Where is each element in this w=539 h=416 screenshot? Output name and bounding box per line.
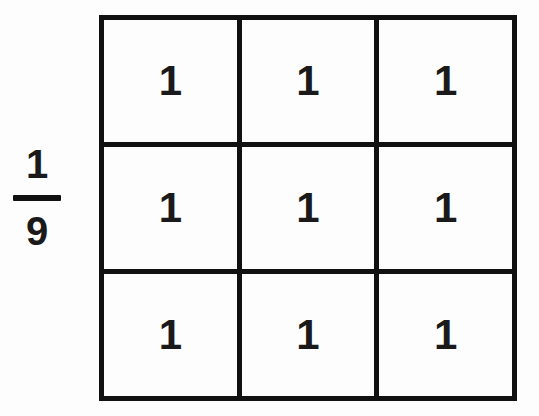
grid-cell-r1c1: 1 (104, 20, 237, 142)
fraction-grid-board: 1 1 1 1 1 1 1 1 1 (99, 15, 517, 401)
grid-cell-r3c1: 1 (104, 274, 237, 396)
fraction-denominator: 9 (10, 211, 64, 251)
fraction-bar (13, 195, 61, 201)
fraction-numerator: 1 (10, 144, 64, 184)
grid-cell-r2c3: 1 (379, 147, 512, 269)
grid-cell-r3c2: 1 (242, 274, 375, 396)
grid-cell-r3c3: 1 (379, 274, 512, 396)
fraction-label: 1 9 (10, 144, 64, 251)
grid-cell-r1c2: 1 (242, 20, 375, 142)
grid-cell-r1c3: 1 (379, 20, 512, 142)
grid-cell-r2c2: 1 (242, 147, 375, 269)
grid-cell-r2c1: 1 (104, 147, 237, 269)
